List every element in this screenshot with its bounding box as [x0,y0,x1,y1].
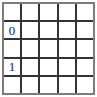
grid-cell-empty[interactable] [22,40,38,56]
puzzle-screen: 01 [0,0,97,97]
grid-cell-empty[interactable] [77,77,93,93]
grid-cell-clue[interactable]: 1 [4,59,20,75]
grid-cell-empty[interactable] [77,22,93,38]
grid-cell-empty[interactable] [40,59,56,75]
grid-cell-empty[interactable] [40,77,56,93]
grid-cell-empty[interactable] [22,77,38,93]
grid-cell-empty[interactable] [59,59,75,75]
grid-cell-empty[interactable] [77,59,93,75]
grid-cell-empty[interactable] [77,40,93,56]
grid-cell-empty[interactable] [59,77,75,93]
puzzle-grid: 01 [2,2,95,95]
grid-cell-clue[interactable]: 0 [4,22,20,38]
grid-cell-empty[interactable] [4,77,20,93]
grid-cell-empty[interactable] [77,4,93,20]
grid-cell-empty[interactable] [40,40,56,56]
grid-cell-empty[interactable] [40,22,56,38]
grid-cell-empty[interactable] [59,4,75,20]
grid-cell-empty[interactable] [4,4,20,20]
grid-cell-empty[interactable] [59,40,75,56]
grid-cell-empty[interactable] [59,22,75,38]
grid-cell-empty[interactable] [22,22,38,38]
grid-cell-empty[interactable] [22,59,38,75]
grid-cell-empty[interactable] [4,40,20,56]
grid-cell-empty[interactable] [22,4,38,20]
grid-cell-empty[interactable] [40,4,56,20]
